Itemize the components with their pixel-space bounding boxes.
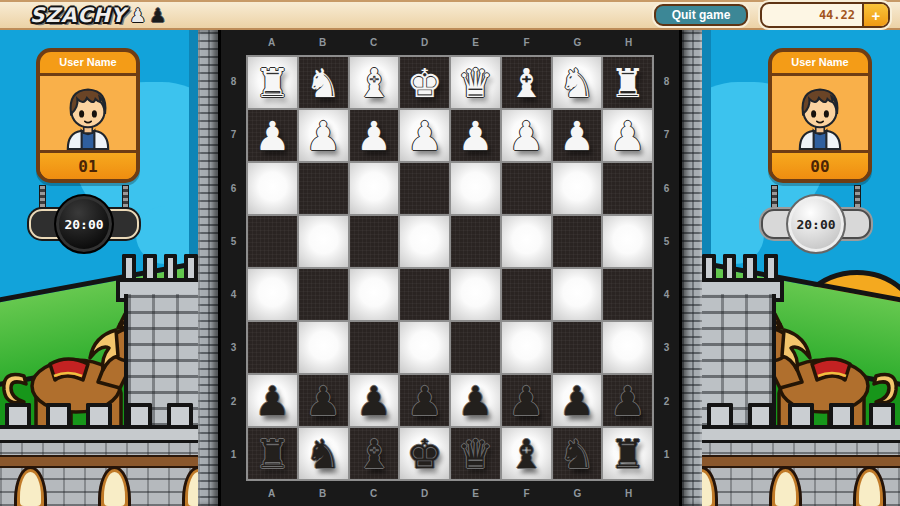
castle-window <box>98 466 131 506</box>
wallet: 44.22 + <box>760 2 890 28</box>
square-c6[interactable] <box>350 163 399 214</box>
castle-wall <box>702 440 900 506</box>
square-f3[interactable] <box>502 322 551 373</box>
square-a7[interactable]: ♟ <box>248 110 297 161</box>
piece-white-bishop[interactable]: ♝ <box>508 63 544 103</box>
square-e3[interactable] <box>451 322 500 373</box>
castle-wall <box>0 440 198 506</box>
square-a6[interactable] <box>248 163 297 214</box>
piece-black-king[interactable]: ♚ <box>407 434 443 474</box>
rank-label-2: 2 <box>654 375 679 428</box>
square-h4[interactable] <box>603 269 652 320</box>
rank-label-4: 4 <box>221 268 246 321</box>
file-label-f: F <box>501 481 552 506</box>
topbar-actions: Quit game 44.22 + <box>654 2 890 28</box>
file-label-b: B <box>297 481 348 506</box>
stone-column-right <box>682 30 702 506</box>
square-h8[interactable]: ♜ <box>603 57 652 108</box>
square-g8[interactable]: ♞ <box>553 57 602 108</box>
quit-game-button[interactable]: Quit game <box>654 4 748 26</box>
piece-black-pawn[interactable]: ♟ <box>254 381 290 421</box>
square-b7[interactable]: ♟ <box>299 110 348 161</box>
square-a5[interactable] <box>248 216 297 267</box>
piece-white-pawn[interactable]: ♟ <box>305 116 341 156</box>
piece-white-knight[interactable]: ♞ <box>559 63 595 103</box>
square-e8[interactable]: ♛ <box>451 57 500 108</box>
stone-column-left <box>198 30 218 506</box>
app-logo: SZACHY ♟ ♟ <box>30 3 166 27</box>
castle-window <box>853 466 886 506</box>
piece-white-rook[interactable]: ♜ <box>610 63 646 103</box>
square-c4[interactable] <box>350 269 399 320</box>
right-scene: User Name 00 20:00 <box>702 30 900 506</box>
piece-black-pawn[interactable]: ♟ <box>356 381 392 421</box>
square-b1[interactable]: ♞ <box>299 428 348 479</box>
chess-board: ♜♞♝♚♛♝♞♜♟♟♟♟♟♟♟♟♟♟♟♟♟♟♟♟♜♞♝♚♛♝♞♜ <box>246 55 654 481</box>
square-a4[interactable] <box>248 269 297 320</box>
piece-white-bishop[interactable]: ♝ <box>356 63 392 103</box>
square-b4[interactable] <box>299 269 348 320</box>
file-label-g: G <box>552 481 603 506</box>
piece-black-pawn[interactable]: ♟ <box>610 381 646 421</box>
square-g1[interactable]: ♞ <box>553 428 602 479</box>
square-d5[interactable] <box>400 216 449 267</box>
app-root: SZACHY ♟ ♟ Quit game 44.22 + <box>0 0 900 506</box>
square-b5[interactable] <box>299 216 348 267</box>
topbar: SZACHY ♟ ♟ Quit game 44.22 + <box>0 0 900 30</box>
player-name-left: User Name <box>40 52 136 76</box>
square-e1[interactable]: ♛ <box>451 428 500 479</box>
square-g5[interactable] <box>553 216 602 267</box>
piece-black-rook[interactable]: ♜ <box>610 434 646 474</box>
piece-white-knight[interactable]: ♞ <box>305 63 341 103</box>
piece-white-pawn[interactable]: ♟ <box>356 116 392 156</box>
stage: User Name 01 20:00 ABCDEFGH <box>0 30 900 506</box>
file-labels-bottom: ABCDEFGH <box>246 481 654 506</box>
piece-black-knight[interactable]: ♞ <box>305 434 341 474</box>
square-f5[interactable] <box>502 216 551 267</box>
square-b2[interactable]: ♟ <box>299 375 348 426</box>
player-score-left: 01 <box>40 150 136 179</box>
square-c3[interactable] <box>350 322 399 373</box>
file-labels-top: ABCDEFGH <box>246 30 654 55</box>
rank-label-8: 8 <box>654 55 679 108</box>
file-label-e: E <box>450 481 501 506</box>
file-label-c: C <box>348 481 399 506</box>
rank-label-6: 6 <box>654 162 679 215</box>
file-label-c: C <box>348 30 399 55</box>
square-f4[interactable] <box>502 269 551 320</box>
player-avatar <box>786 80 854 150</box>
piece-black-pawn[interactable]: ♟ <box>457 381 493 421</box>
file-label-d: D <box>399 481 450 506</box>
rank-label-8: 8 <box>221 55 246 108</box>
square-f1[interactable]: ♝ <box>502 428 551 479</box>
square-f8[interactable]: ♝ <box>502 57 551 108</box>
player-card-left: User Name 01 <box>36 48 140 183</box>
square-e4[interactable] <box>451 269 500 320</box>
castle-window <box>182 466 198 506</box>
file-label-h: H <box>603 30 654 55</box>
castle-window <box>702 466 718 506</box>
square-g2[interactable]: ♟ <box>553 375 602 426</box>
wallet-balance: 44.22 <box>762 4 862 26</box>
square-h5[interactable] <box>603 216 652 267</box>
square-b6[interactable] <box>299 163 348 214</box>
rank-label-1: 1 <box>654 428 679 481</box>
square-a3[interactable] <box>248 322 297 373</box>
piece-black-pawn[interactable]: ♟ <box>407 381 443 421</box>
square-d8[interactable]: ♚ <box>400 57 449 108</box>
chess-board-panel: ABCDEFGH 87654321 ♜♞♝♚♛♝♞♜♟♟♟♟♟♟♟♟♟♟♟♟♟♟… <box>198 30 702 506</box>
piece-white-pawn[interactable]: ♟ <box>457 116 493 156</box>
black-pawn-icon: ♟ <box>149 6 166 25</box>
rank-label-5: 5 <box>221 215 246 268</box>
board-frame: ABCDEFGH 87654321 ♜♞♝♚♛♝♞♜♟♟♟♟♟♟♟♟♟♟♟♟♟♟… <box>218 30 682 506</box>
file-label-a: A <box>246 481 297 506</box>
rank-label-2: 2 <box>221 375 246 428</box>
square-f2[interactable]: ♟ <box>502 375 551 426</box>
file-label-f: F <box>501 30 552 55</box>
square-e2[interactable]: ♟ <box>451 375 500 426</box>
piece-black-rook[interactable]: ♜ <box>254 434 290 474</box>
piece-white-pawn[interactable]: ♟ <box>559 116 595 156</box>
square-h6[interactable] <box>603 163 652 214</box>
rank-label-3: 3 <box>654 321 679 374</box>
piece-white-pawn[interactable]: ♟ <box>610 116 646 156</box>
rank-labels-left: 87654321 <box>221 55 246 481</box>
rank-label-4: 4 <box>654 268 679 321</box>
square-h2[interactable]: ♟ <box>603 375 652 426</box>
file-label-e: E <box>450 30 501 55</box>
square-d3[interactable] <box>400 322 449 373</box>
piece-white-rook[interactable]: ♜ <box>254 63 290 103</box>
square-h1[interactable]: ♜ <box>603 428 652 479</box>
square-b3[interactable] <box>299 322 348 373</box>
square-d2[interactable]: ♟ <box>400 375 449 426</box>
rank-label-3: 3 <box>221 321 246 374</box>
clock-left: 20:00 <box>24 185 144 251</box>
rank-label-1: 1 <box>221 428 246 481</box>
piece-black-knight[interactable]: ♞ <box>559 434 595 474</box>
piece-black-pawn[interactable]: ♟ <box>559 381 595 421</box>
square-e5[interactable] <box>451 216 500 267</box>
rank-label-5: 5 <box>654 215 679 268</box>
piece-white-king[interactable]: ♚ <box>407 63 443 103</box>
left-scene: User Name 01 20:00 <box>0 30 198 506</box>
square-d4[interactable] <box>400 269 449 320</box>
square-a8[interactable]: ♜ <box>248 57 297 108</box>
player-avatar <box>54 80 122 150</box>
square-d7[interactable]: ♟ <box>400 110 449 161</box>
square-g7[interactable]: ♟ <box>553 110 602 161</box>
square-c2[interactable]: ♟ <box>350 375 399 426</box>
square-c1[interactable]: ♝ <box>350 428 399 479</box>
castle-window <box>769 466 802 506</box>
piece-black-pawn[interactable]: ♟ <box>508 381 544 421</box>
square-g3[interactable] <box>553 322 602 373</box>
square-f6[interactable] <box>502 163 551 214</box>
add-funds-button[interactable]: + <box>862 4 888 26</box>
square-h3[interactable] <box>603 322 652 373</box>
piece-white-pawn[interactable]: ♟ <box>407 116 443 156</box>
file-label-a: A <box>246 30 297 55</box>
square-g4[interactable] <box>553 269 602 320</box>
clock-right: 20:00 <box>756 185 876 251</box>
square-a1[interactable]: ♜ <box>248 428 297 479</box>
square-e6[interactable] <box>451 163 500 214</box>
castle-window <box>14 466 47 506</box>
square-d6[interactable] <box>400 163 449 214</box>
file-label-d: D <box>399 30 450 55</box>
square-c7[interactable]: ♟ <box>350 110 399 161</box>
square-c8[interactable]: ♝ <box>350 57 399 108</box>
file-label-h: H <box>603 481 654 506</box>
square-c5[interactable] <box>350 216 399 267</box>
square-f7[interactable]: ♟ <box>502 110 551 161</box>
avatar-slot-left <box>40 76 136 150</box>
piece-black-bishop[interactable]: ♝ <box>356 434 392 474</box>
file-label-g: G <box>552 30 603 55</box>
white-pawn-icon: ♟ <box>129 6 146 25</box>
rank-label-7: 7 <box>654 108 679 161</box>
rank-label-7: 7 <box>221 108 246 161</box>
piece-black-bishop[interactable]: ♝ <box>508 434 544 474</box>
piece-black-pawn[interactable]: ♟ <box>305 381 341 421</box>
logo-text: SZACHY <box>30 3 126 27</box>
square-b8[interactable]: ♞ <box>299 57 348 108</box>
square-d1[interactable]: ♚ <box>400 428 449 479</box>
rank-labels-right: 87654321 <box>654 55 679 481</box>
piece-black-queen[interactable]: ♛ <box>457 434 493 474</box>
clock-time-right: 20:00 <box>786 194 846 254</box>
square-g6[interactable] <box>553 163 602 214</box>
player-card-right: User Name 00 <box>768 48 872 183</box>
player-name-right: User Name <box>772 52 868 76</box>
clock-time-left: 20:00 <box>54 194 114 254</box>
player-score-right: 00 <box>772 150 868 179</box>
square-a2[interactable]: ♟ <box>248 375 297 426</box>
piece-white-pawn[interactable]: ♟ <box>254 116 290 156</box>
file-label-b: B <box>297 30 348 55</box>
rank-label-6: 6 <box>221 162 246 215</box>
square-e7[interactable]: ♟ <box>451 110 500 161</box>
piece-white-queen[interactable]: ♛ <box>457 63 493 103</box>
piece-white-pawn[interactable]: ♟ <box>508 116 544 156</box>
avatar-slot-right <box>772 76 868 150</box>
square-h7[interactable]: ♟ <box>603 110 652 161</box>
